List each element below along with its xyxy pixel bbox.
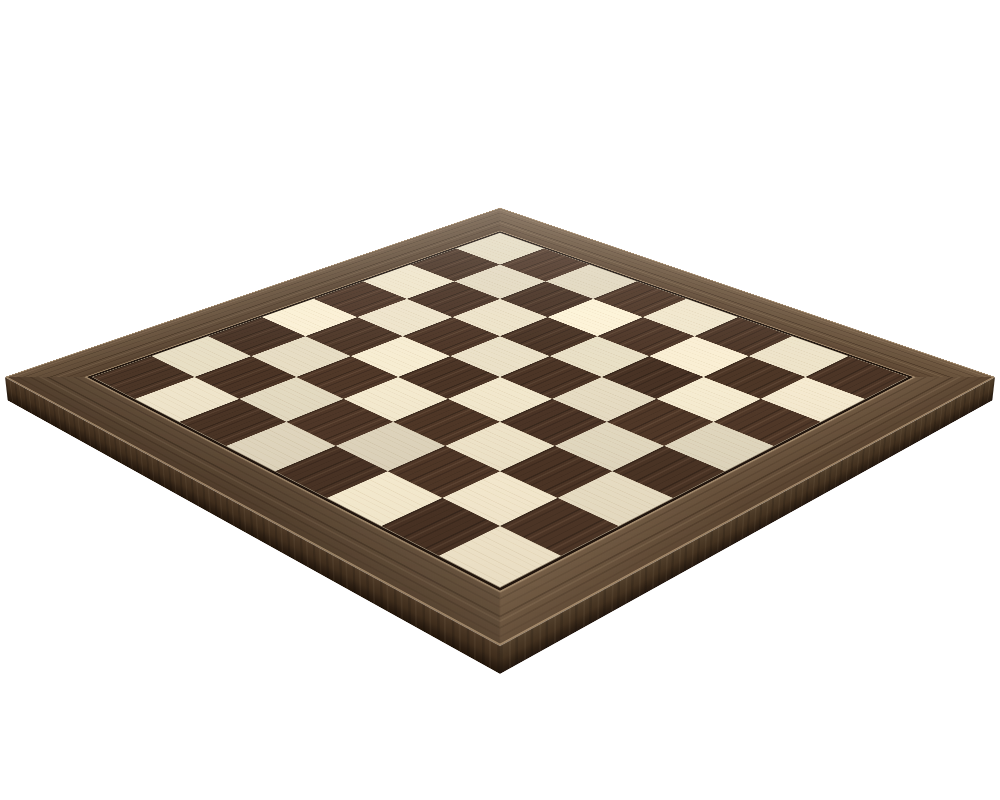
light-square	[761, 377, 865, 422]
light-square	[445, 422, 554, 471]
dark-square	[500, 446, 612, 498]
light-square	[239, 377, 343, 422]
light-square	[135, 377, 239, 422]
light-square	[448, 377, 552, 422]
dark-square	[275, 446, 387, 498]
playing-field	[93, 233, 908, 587]
light-square	[439, 526, 561, 587]
dark-square	[607, 399, 714, 446]
light-square	[664, 422, 773, 471]
board-frame-lower-left	[5, 359, 555, 646]
dark-square	[500, 498, 618, 556]
dark-square	[393, 399, 500, 446]
light-square	[226, 422, 335, 471]
dark-square	[382, 498, 500, 556]
light-square	[336, 422, 445, 471]
board-top-surface	[5, 208, 995, 646]
chess-board	[5, 208, 995, 646]
light-square	[442, 471, 557, 526]
dark-square	[180, 399, 287, 446]
product-photo-stage	[0, 0, 1000, 800]
dark-square	[500, 399, 607, 446]
light-square	[656, 377, 760, 422]
light-square	[552, 377, 656, 422]
dark-square	[388, 446, 500, 498]
light-square	[344, 377, 448, 422]
board-scene	[0, 0, 1000, 800]
board-frame-lower-right	[445, 359, 995, 646]
dark-square	[286, 399, 393, 446]
light-square	[327, 471, 442, 526]
dark-square	[714, 399, 821, 446]
dark-square	[612, 446, 724, 498]
light-square	[558, 471, 673, 526]
light-square	[555, 422, 664, 471]
